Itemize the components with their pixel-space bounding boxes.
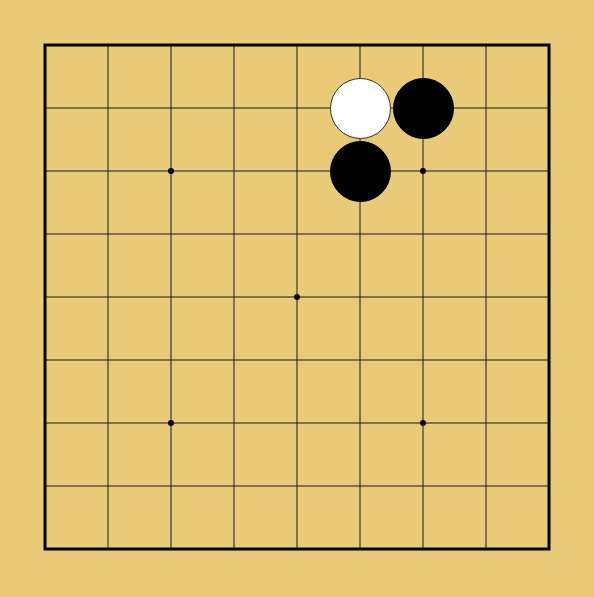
go-board — [0, 0, 594, 597]
board-point-C7[interactable] — [140, 140, 203, 203]
board-point-A6[interactable] — [14, 203, 77, 266]
board-point-A2[interactable] — [14, 455, 77, 518]
board-point-H7[interactable] — [455, 140, 518, 203]
board-point-A4[interactable] — [14, 329, 77, 392]
board-point-C1[interactable] — [140, 518, 203, 581]
board-point-G8[interactable] — [392, 77, 455, 140]
board-point-C4[interactable] — [140, 329, 203, 392]
board-point-F6[interactable] — [329, 203, 392, 266]
board-point-D1[interactable] — [203, 518, 266, 581]
board-point-C3[interactable] — [140, 392, 203, 455]
board-point-A3[interactable] — [14, 392, 77, 455]
board-point-G7[interactable] — [392, 140, 455, 203]
board-point-J1[interactable] — [518, 518, 581, 581]
board-point-G3[interactable] — [392, 392, 455, 455]
board-point-J2[interactable] — [518, 455, 581, 518]
board-point-B6[interactable] — [77, 203, 140, 266]
board-point-B9[interactable] — [77, 14, 140, 77]
board-point-J7[interactable] — [518, 140, 581, 203]
black-stone — [330, 141, 391, 202]
board-point-J5[interactable] — [518, 266, 581, 329]
board-point-J3[interactable] — [518, 392, 581, 455]
board-point-B7[interactable] — [77, 140, 140, 203]
board-point-F4[interactable] — [329, 329, 392, 392]
board-point-F5[interactable] — [329, 266, 392, 329]
board-point-F8[interactable] — [329, 77, 392, 140]
board-point-A1[interactable] — [14, 518, 77, 581]
board-point-F1[interactable] — [329, 518, 392, 581]
board-point-G2[interactable] — [392, 455, 455, 518]
board-point-B4[interactable] — [77, 329, 140, 392]
board-point-E5[interactable] — [266, 266, 329, 329]
board-point-C2[interactable] — [140, 455, 203, 518]
board-point-C6[interactable] — [140, 203, 203, 266]
board-point-H1[interactable] — [455, 518, 518, 581]
board-point-E3[interactable] — [266, 392, 329, 455]
board-point-E6[interactable] — [266, 203, 329, 266]
board-point-H8[interactable] — [455, 77, 518, 140]
board-point-E2[interactable] — [266, 455, 329, 518]
board-point-D9[interactable] — [203, 14, 266, 77]
board-point-A5[interactable] — [14, 266, 77, 329]
board-point-B3[interactable] — [77, 392, 140, 455]
board-point-A7[interactable] — [14, 140, 77, 203]
board-point-G6[interactable] — [392, 203, 455, 266]
board-point-D5[interactable] — [203, 266, 266, 329]
board-point-H5[interactable] — [455, 266, 518, 329]
board-point-B5[interactable] — [77, 266, 140, 329]
board-point-F7[interactable] — [329, 140, 392, 203]
board-point-E4[interactable] — [266, 329, 329, 392]
white-stone — [330, 78, 391, 139]
board-point-J6[interactable] — [518, 203, 581, 266]
board-point-B2[interactable] — [77, 455, 140, 518]
board-point-D2[interactable] — [203, 455, 266, 518]
board-point-A8[interactable] — [14, 77, 77, 140]
board-point-G4[interactable] — [392, 329, 455, 392]
board-point-J8[interactable] — [518, 77, 581, 140]
board-point-H6[interactable] — [455, 203, 518, 266]
board-point-D3[interactable] — [203, 392, 266, 455]
board-point-H2[interactable] — [455, 455, 518, 518]
board-point-G5[interactable] — [392, 266, 455, 329]
board-point-E7[interactable] — [266, 140, 329, 203]
board-point-F3[interactable] — [329, 392, 392, 455]
board-point-J4[interactable] — [518, 329, 581, 392]
black-stone — [393, 78, 454, 139]
board-point-E1[interactable] — [266, 518, 329, 581]
board-point-B1[interactable] — [77, 518, 140, 581]
board-point-C9[interactable] — [140, 14, 203, 77]
board-point-H9[interactable] — [455, 14, 518, 77]
board-point-F9[interactable] — [329, 14, 392, 77]
board-point-D4[interactable] — [203, 329, 266, 392]
board-point-A9[interactable] — [14, 14, 77, 77]
board-point-D7[interactable] — [203, 140, 266, 203]
board-point-C8[interactable] — [140, 77, 203, 140]
board-point-F2[interactable] — [329, 455, 392, 518]
board-point-H3[interactable] — [455, 392, 518, 455]
board-point-H4[interactable] — [455, 329, 518, 392]
board-point-D8[interactable] — [203, 77, 266, 140]
board-point-B8[interactable] — [77, 77, 140, 140]
board-point-C5[interactable] — [140, 266, 203, 329]
board-point-J9[interactable] — [518, 14, 581, 77]
board-point-E9[interactable] — [266, 14, 329, 77]
board-point-G1[interactable] — [392, 518, 455, 581]
board-point-G9[interactable] — [392, 14, 455, 77]
board-point-E8[interactable] — [266, 77, 329, 140]
board-points — [14, 14, 581, 581]
board-point-D6[interactable] — [203, 203, 266, 266]
